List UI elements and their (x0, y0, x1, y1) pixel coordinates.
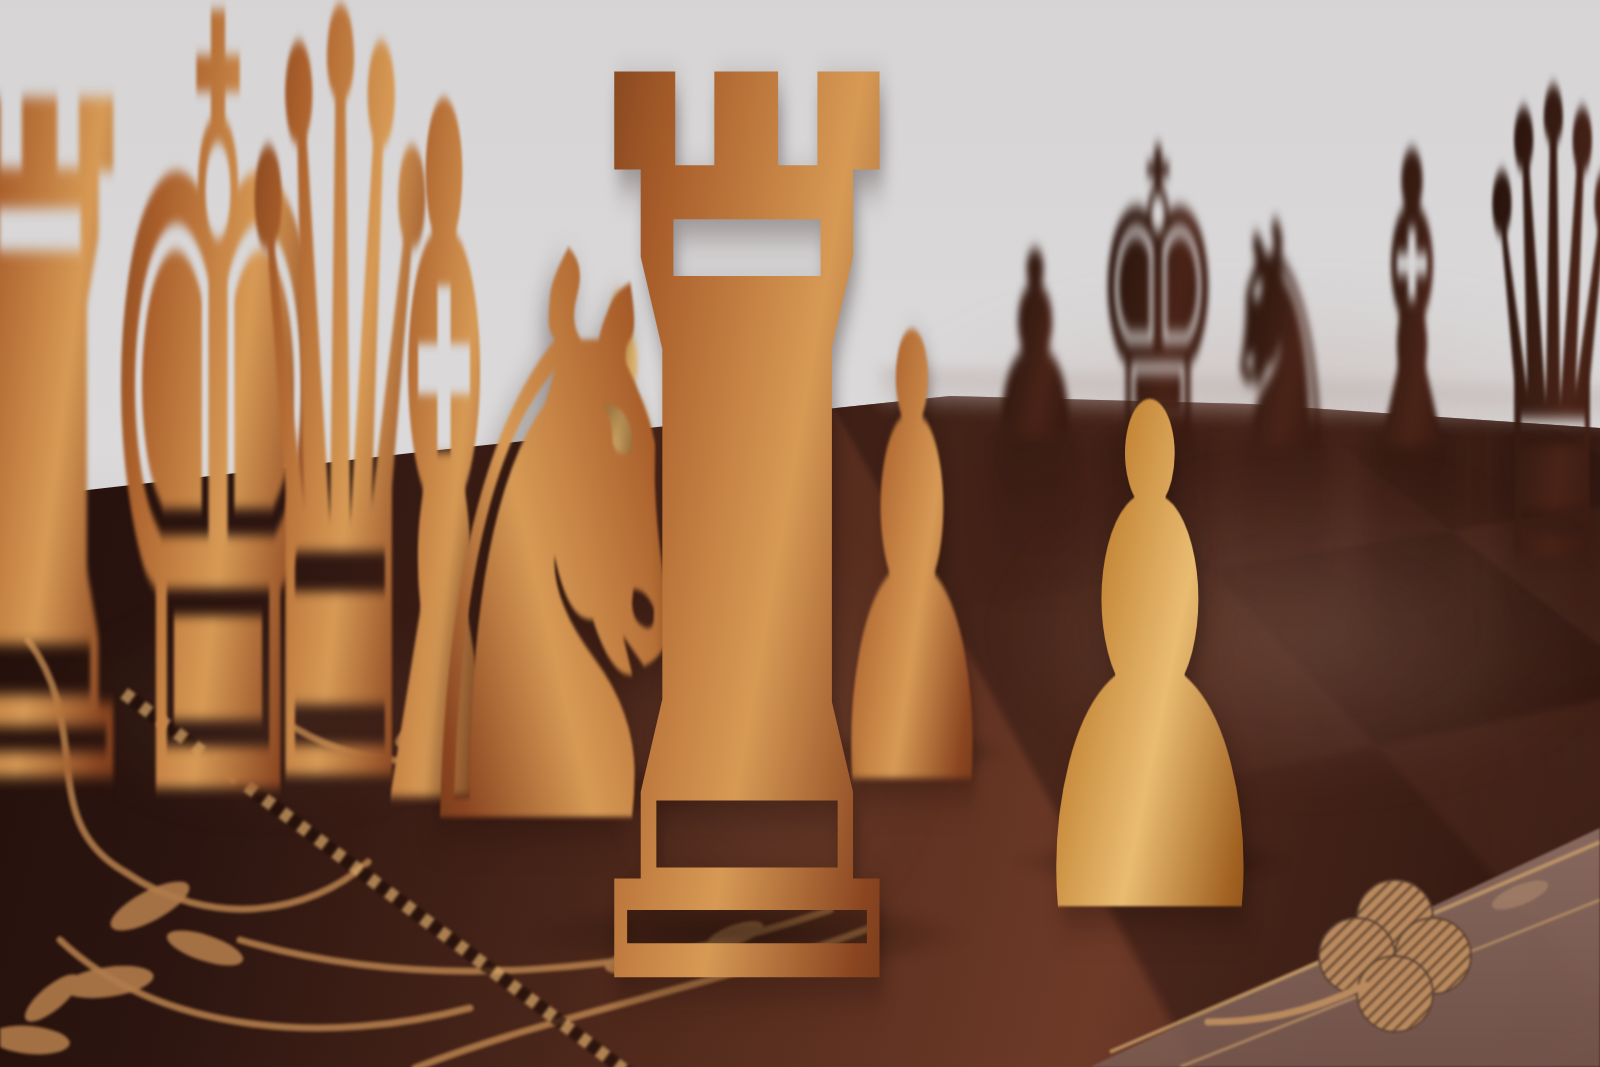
pieces-layer: ♜♚♛♝♞♟♜♟♟♟♚♞♝♛ (0, 0, 1600, 1067)
light-rook-foreground: ♜ (536, 0, 958, 1067)
dark-queen: ♛ (1472, 11, 1600, 654)
dark-bishop: ♝ (1352, 102, 1472, 509)
photo-stage: ♜♚♛♝♞♟♜♟♟♟♚♞♝♛ (0, 0, 1600, 1067)
light-pawn-front: ♟ (1010, 318, 1290, 1013)
